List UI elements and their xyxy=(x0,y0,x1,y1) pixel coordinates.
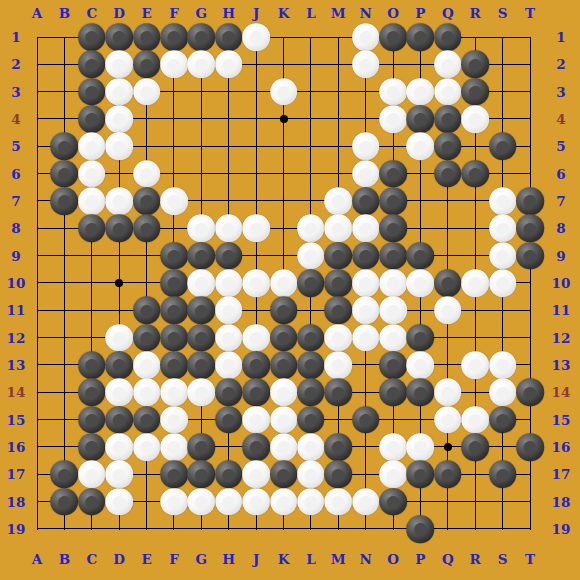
black-stone: ● xyxy=(51,488,79,516)
white-stone: ● xyxy=(105,324,133,352)
white-stone: ● xyxy=(270,488,298,516)
black-stone: ● xyxy=(160,351,188,379)
col-label-bottom: Q xyxy=(442,551,454,567)
black-stone: ● xyxy=(461,51,489,79)
white-stone: ● xyxy=(188,51,216,79)
black-stone: ● xyxy=(160,324,188,352)
black-stone: ● xyxy=(297,379,325,407)
black-stone: ● xyxy=(188,324,216,352)
col-label-bottom: F xyxy=(169,551,179,567)
black-stone: ● xyxy=(160,23,188,51)
row-label-right: 13 xyxy=(552,357,571,373)
black-stone: ● xyxy=(188,23,216,51)
white-stone: ● xyxy=(270,78,298,106)
white-stone: ● xyxy=(489,351,517,379)
black-stone: ● xyxy=(78,51,106,79)
black-stone: ● xyxy=(461,160,489,188)
col-label-bottom: G xyxy=(196,551,208,567)
go-board[interactable]: AABBCCDDEEFFGGHHJJKKLLMMNNOOPPQQRRSSTT11… xyxy=(0,0,580,580)
white-stone: ● xyxy=(242,23,270,51)
black-stone: ● xyxy=(215,406,243,434)
black-stone: ● xyxy=(461,433,489,461)
black-stone: ● xyxy=(78,23,106,51)
black-stone: ● xyxy=(51,160,79,188)
black-stone: ● xyxy=(352,187,380,215)
row-label-right: 16 xyxy=(552,439,571,455)
col-label-bottom: T xyxy=(525,551,535,567)
go-client-screenshot: AABBCCDDEEFFGGHHJJKKLLMMNNOOPPQQRRSSTT11… xyxy=(0,0,580,580)
row-label-left: 19 xyxy=(7,521,26,537)
black-stone: ● xyxy=(461,78,489,106)
black-stone: ● xyxy=(297,351,325,379)
black-stone: ● xyxy=(324,379,352,407)
col-label-bottom: M xyxy=(331,551,346,567)
white-stone: ● xyxy=(215,488,243,516)
row-label-right: 7 xyxy=(556,193,565,209)
black-stone: ● xyxy=(160,461,188,489)
white-stone: ● xyxy=(461,105,489,133)
black-stone: ● xyxy=(188,351,216,379)
white-stone: ● xyxy=(379,461,407,489)
black-stone: ● xyxy=(379,215,407,243)
white-stone: ● xyxy=(297,242,325,270)
black-stone: ● xyxy=(434,23,462,51)
row-label-right: 4 xyxy=(556,111,565,127)
black-stone: ● xyxy=(270,297,298,325)
black-stone: ● xyxy=(133,23,161,51)
black-stone: ● xyxy=(51,133,79,161)
white-stone: ● xyxy=(434,406,462,434)
white-stone: ● xyxy=(324,488,352,516)
black-stone: ● xyxy=(379,351,407,379)
row-label-left: 4 xyxy=(11,111,20,127)
row-label-right: 6 xyxy=(556,166,565,182)
white-stone: ● xyxy=(242,461,270,489)
row-label-right: 17 xyxy=(552,466,571,482)
black-stone: ● xyxy=(51,187,79,215)
col-label-bottom: J xyxy=(253,551,259,567)
white-stone: ● xyxy=(379,324,407,352)
black-stone: ● xyxy=(297,324,325,352)
col-label-top: R xyxy=(470,5,481,21)
row-label-left: 3 xyxy=(11,84,20,100)
white-stone: ● xyxy=(352,133,380,161)
black-stone: ● xyxy=(297,406,325,434)
white-stone: ● xyxy=(105,488,133,516)
black-stone: ● xyxy=(434,105,462,133)
white-stone: ● xyxy=(434,51,462,79)
col-label-top: B xyxy=(59,5,70,21)
col-label-top: C xyxy=(86,5,97,21)
col-label-bottom: C xyxy=(86,551,97,567)
black-stone: ● xyxy=(188,433,216,461)
black-stone: ● xyxy=(105,351,133,379)
col-label-top: N xyxy=(359,5,371,21)
white-stone: ● xyxy=(215,51,243,79)
black-stone: ● xyxy=(379,23,407,51)
black-stone: ● xyxy=(78,105,106,133)
white-stone: ● xyxy=(324,215,352,243)
col-label-bottom: S xyxy=(498,551,508,567)
white-stone: ● xyxy=(270,379,298,407)
white-stone: ● xyxy=(160,433,188,461)
grid-line-horizontal xyxy=(37,255,531,256)
star-point xyxy=(280,115,288,123)
black-stone: ● xyxy=(242,351,270,379)
black-stone: ● xyxy=(407,242,435,270)
white-stone: ● xyxy=(489,269,517,297)
black-stone: ● xyxy=(407,324,435,352)
black-stone: ● xyxy=(324,461,352,489)
row-label-right: 3 xyxy=(556,84,565,100)
white-stone: ● xyxy=(188,488,216,516)
black-stone: ● xyxy=(270,351,298,379)
white-stone: ● xyxy=(270,269,298,297)
white-stone: ● xyxy=(105,433,133,461)
white-stone: ● xyxy=(160,406,188,434)
col-label-top: M xyxy=(331,5,346,21)
row-label-left: 1 xyxy=(11,29,20,45)
black-stone: ● xyxy=(133,187,161,215)
white-stone: ● xyxy=(133,160,161,188)
row-label-left: 5 xyxy=(11,138,20,154)
col-label-bottom: R xyxy=(470,551,481,567)
white-stone: ● xyxy=(242,406,270,434)
white-stone: ● xyxy=(352,269,380,297)
grid-line-vertical xyxy=(37,37,38,530)
white-stone: ● xyxy=(105,105,133,133)
white-stone: ● xyxy=(215,324,243,352)
black-stone: ● xyxy=(434,269,462,297)
black-stone: ● xyxy=(352,406,380,434)
black-stone: ● xyxy=(516,242,544,270)
star-point xyxy=(444,443,452,451)
col-label-top: A xyxy=(32,5,42,21)
white-stone: ● xyxy=(242,215,270,243)
white-stone: ● xyxy=(489,379,517,407)
white-stone: ● xyxy=(105,133,133,161)
black-stone: ● xyxy=(379,160,407,188)
white-stone: ● xyxy=(379,78,407,106)
black-stone: ● xyxy=(324,269,352,297)
col-label-top: O xyxy=(387,5,399,21)
white-stone: ● xyxy=(160,488,188,516)
row-label-left: 13 xyxy=(7,357,26,373)
white-stone: ● xyxy=(379,297,407,325)
white-stone: ● xyxy=(215,297,243,325)
black-stone: ● xyxy=(516,379,544,407)
black-stone: ● xyxy=(133,297,161,325)
col-label-top: T xyxy=(525,5,535,21)
black-stone: ● xyxy=(379,242,407,270)
white-stone: ● xyxy=(379,269,407,297)
white-stone: ● xyxy=(434,379,462,407)
white-stone: ● xyxy=(489,187,517,215)
black-stone: ● xyxy=(78,351,106,379)
col-label-bottom: K xyxy=(278,551,290,567)
black-stone: ● xyxy=(489,133,517,161)
row-label-right: 19 xyxy=(552,521,571,537)
grid-line-horizontal xyxy=(37,528,531,529)
white-stone: ● xyxy=(270,433,298,461)
row-label-right: 5 xyxy=(556,138,565,154)
black-stone: ● xyxy=(133,215,161,243)
white-stone: ● xyxy=(160,187,188,215)
black-stone: ● xyxy=(188,461,216,489)
white-stone: ● xyxy=(352,488,380,516)
black-stone: ● xyxy=(160,269,188,297)
black-stone: ● xyxy=(78,488,106,516)
black-stone: ● xyxy=(379,379,407,407)
black-stone: ● xyxy=(242,433,270,461)
row-label-right: 14 xyxy=(552,384,571,400)
row-label-right: 8 xyxy=(556,220,565,236)
white-stone: ● xyxy=(324,187,352,215)
black-stone: ● xyxy=(324,297,352,325)
row-label-right: 2 xyxy=(556,56,565,72)
white-stone: ● xyxy=(133,379,161,407)
white-stone: ● xyxy=(78,160,106,188)
white-stone: ● xyxy=(324,351,352,379)
white-stone: ● xyxy=(105,78,133,106)
white-stone: ● xyxy=(160,379,188,407)
row-label-left: 17 xyxy=(7,466,26,482)
black-stone: ● xyxy=(215,23,243,51)
black-stone: ● xyxy=(270,324,298,352)
white-stone: ● xyxy=(297,461,325,489)
black-stone: ● xyxy=(215,379,243,407)
row-label-left: 18 xyxy=(7,494,26,510)
black-stone: ● xyxy=(297,269,325,297)
white-stone: ● xyxy=(215,269,243,297)
black-stone: ● xyxy=(489,461,517,489)
row-label-right: 11 xyxy=(552,302,571,318)
col-label-bottom: P xyxy=(415,551,425,567)
white-stone: ● xyxy=(407,78,435,106)
row-label-right: 12 xyxy=(552,330,571,346)
white-stone: ● xyxy=(133,433,161,461)
white-stone: ● xyxy=(379,433,407,461)
row-label-left: 8 xyxy=(11,220,20,236)
row-label-left: 10 xyxy=(7,275,26,291)
col-label-top: K xyxy=(278,5,290,21)
white-stone: ● xyxy=(297,215,325,243)
white-stone: ● xyxy=(352,23,380,51)
black-stone: ● xyxy=(215,461,243,489)
white-stone: ● xyxy=(407,133,435,161)
white-stone: ● xyxy=(489,242,517,270)
black-stone: ● xyxy=(188,297,216,325)
white-stone: ● xyxy=(407,269,435,297)
black-stone: ● xyxy=(324,242,352,270)
black-stone: ● xyxy=(434,133,462,161)
white-stone: ● xyxy=(352,297,380,325)
black-stone: ● xyxy=(489,406,517,434)
white-stone: ● xyxy=(78,461,106,489)
col-label-bottom: N xyxy=(359,551,371,567)
white-stone: ● xyxy=(297,488,325,516)
black-stone: ● xyxy=(78,78,106,106)
row-label-right: 1 xyxy=(556,29,565,45)
row-label-right: 9 xyxy=(556,248,565,264)
col-label-top: G xyxy=(196,5,208,21)
black-stone: ● xyxy=(133,406,161,434)
white-stone: ● xyxy=(324,324,352,352)
col-label-top: Q xyxy=(442,5,454,21)
white-stone: ● xyxy=(270,406,298,434)
col-label-bottom: D xyxy=(113,551,125,567)
black-stone: ● xyxy=(407,379,435,407)
white-stone: ● xyxy=(105,51,133,79)
white-stone: ● xyxy=(352,324,380,352)
white-stone: ● xyxy=(352,160,380,188)
black-stone: ● xyxy=(516,187,544,215)
black-stone: ● xyxy=(51,461,79,489)
black-stone: ● xyxy=(133,51,161,79)
black-stone: ● xyxy=(215,242,243,270)
white-stone: ● xyxy=(133,78,161,106)
black-stone: ● xyxy=(188,242,216,270)
col-label-top: P xyxy=(415,5,425,21)
col-label-top: D xyxy=(113,5,125,21)
white-stone: ● xyxy=(105,187,133,215)
col-label-bottom: H xyxy=(222,551,235,567)
row-label-left: 9 xyxy=(11,248,20,264)
black-stone: ● xyxy=(516,433,544,461)
black-stone: ● xyxy=(407,23,435,51)
black-stone: ● xyxy=(434,461,462,489)
white-stone: ● xyxy=(489,215,517,243)
star-point xyxy=(115,279,123,287)
black-stone: ● xyxy=(379,187,407,215)
white-stone: ● xyxy=(242,269,270,297)
col-label-top: H xyxy=(222,5,235,21)
white-stone: ● xyxy=(461,351,489,379)
white-stone: ● xyxy=(188,379,216,407)
white-stone: ● xyxy=(461,269,489,297)
row-label-left: 7 xyxy=(11,193,20,209)
row-label-right: 10 xyxy=(552,275,571,291)
black-stone: ● xyxy=(78,379,106,407)
white-stone: ● xyxy=(434,78,462,106)
white-stone: ● xyxy=(352,215,380,243)
row-label-left: 2 xyxy=(11,56,20,72)
white-stone: ● xyxy=(379,105,407,133)
black-stone: ● xyxy=(160,242,188,270)
black-stone: ● xyxy=(105,406,133,434)
white-stone: ● xyxy=(407,433,435,461)
black-stone: ● xyxy=(242,379,270,407)
row-label-left: 6 xyxy=(11,166,20,182)
row-label-left: 14 xyxy=(7,384,26,400)
white-stone: ● xyxy=(297,433,325,461)
white-stone: ● xyxy=(105,461,133,489)
row-label-right: 18 xyxy=(552,494,571,510)
white-stone: ● xyxy=(160,51,188,79)
black-stone: ● xyxy=(78,433,106,461)
black-stone: ● xyxy=(270,461,298,489)
black-stone: ● xyxy=(324,433,352,461)
black-stone: ● xyxy=(407,515,435,543)
black-stone: ● xyxy=(105,215,133,243)
black-stone: ● xyxy=(105,23,133,51)
white-stone: ● xyxy=(133,351,161,379)
white-stone: ● xyxy=(78,133,106,161)
col-label-top: J xyxy=(253,5,259,21)
black-stone: ● xyxy=(160,297,188,325)
col-label-bottom: O xyxy=(387,551,399,567)
row-label-right: 15 xyxy=(552,412,571,428)
col-label-top: F xyxy=(169,5,179,21)
row-label-left: 15 xyxy=(7,412,26,428)
white-stone: ● xyxy=(188,269,216,297)
white-stone: ● xyxy=(242,324,270,352)
col-label-top: S xyxy=(498,5,508,21)
black-stone: ● xyxy=(352,242,380,270)
row-label-left: 11 xyxy=(7,302,26,318)
row-label-left: 16 xyxy=(7,439,26,455)
black-stone: ● xyxy=(407,461,435,489)
black-stone: ● xyxy=(516,215,544,243)
row-label-left: 12 xyxy=(7,330,26,346)
col-label-bottom: B xyxy=(59,551,70,567)
white-stone: ● xyxy=(215,351,243,379)
black-stone: ● xyxy=(78,215,106,243)
white-stone: ● xyxy=(407,351,435,379)
black-stone: ● xyxy=(379,488,407,516)
black-stone: ● xyxy=(434,160,462,188)
grid-line-vertical xyxy=(64,37,65,530)
white-stone: ● xyxy=(242,488,270,516)
black-stone: ● xyxy=(78,406,106,434)
white-stone: ● xyxy=(461,406,489,434)
col-label-bottom: L xyxy=(306,551,316,567)
white-stone: ● xyxy=(352,51,380,79)
black-stone: ● xyxy=(407,105,435,133)
col-label-bottom: A xyxy=(32,551,42,567)
col-label-top: L xyxy=(306,5,316,21)
white-stone: ● xyxy=(188,215,216,243)
white-stone: ● xyxy=(215,215,243,243)
white-stone: ● xyxy=(78,187,106,215)
white-stone: ● xyxy=(434,297,462,325)
black-stone: ● xyxy=(133,324,161,352)
white-stone: ● xyxy=(105,379,133,407)
col-label-bottom: E xyxy=(141,551,151,567)
col-label-top: E xyxy=(141,5,151,21)
